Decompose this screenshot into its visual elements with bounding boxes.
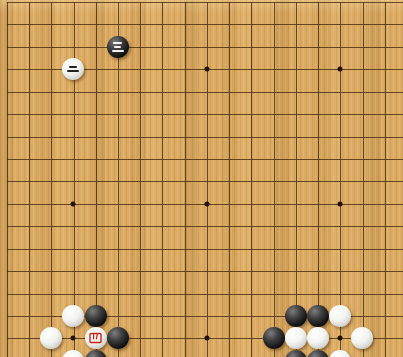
star-point	[338, 336, 343, 341]
star-point	[71, 336, 76, 341]
grid-vline	[385, 2, 386, 357]
grid-hline	[7, 226, 403, 227]
grid-vline	[74, 2, 75, 357]
grid-hline	[7, 181, 403, 182]
stone-black-N4[interactable]	[263, 327, 285, 349]
star-point	[338, 201, 343, 206]
grid-hline	[7, 159, 403, 160]
grid-vline	[29, 2, 30, 357]
stone-white-Q3[interactable]	[329, 350, 351, 357]
grid-hline	[7, 249, 403, 250]
stone-white-D16[interactable]	[62, 58, 84, 80]
grid-vline	[207, 2, 208, 357]
screenshot-stage	[0, 0, 403, 357]
star-point	[204, 201, 209, 206]
grid-vline	[363, 2, 364, 357]
move-number-label	[112, 42, 124, 52]
move-number-label	[67, 66, 79, 72]
stone-black-E3[interactable]	[85, 350, 107, 357]
grid-hline	[7, 271, 403, 272]
star-point	[338, 67, 343, 72]
grid-hline	[7, 92, 403, 93]
go-board[interactable]	[0, 0, 403, 357]
grid-hline	[7, 114, 403, 115]
grid-hline	[7, 2, 403, 3]
star-point	[204, 67, 209, 72]
stone-white-C4[interactable]	[40, 327, 62, 349]
grid-vline	[96, 2, 97, 357]
stone-black-E5[interactable]	[85, 305, 107, 327]
stone-white-E4[interactable]	[85, 327, 107, 349]
stone-white-P4[interactable]	[307, 327, 329, 349]
grid-vline	[296, 2, 297, 357]
stone-black-P3[interactable]	[307, 350, 329, 357]
grid-hline	[7, 294, 403, 295]
grid-hline	[7, 24, 403, 25]
grid-vline	[140, 2, 141, 357]
stone-black-O5[interactable]	[285, 305, 307, 327]
stone-white-D5[interactable]	[62, 305, 84, 327]
grid-vline	[162, 2, 163, 357]
grid-hline	[7, 137, 403, 138]
grid-vline	[185, 2, 186, 357]
grid-vline	[51, 2, 52, 357]
grid-vline	[7, 2, 8, 357]
star-point	[71, 201, 76, 206]
grid-vline	[274, 2, 275, 357]
stone-white-Q5[interactable]	[329, 305, 351, 327]
stone-white-D3[interactable]	[62, 350, 84, 357]
grid-hline	[7, 47, 403, 48]
grid-vline	[229, 2, 230, 357]
stone-black-F4[interactable]	[107, 327, 129, 349]
grid-vline	[251, 2, 252, 357]
stone-black-P5[interactable]	[307, 305, 329, 327]
grid-vline	[340, 2, 341, 357]
grid-vline	[318, 2, 319, 357]
star-point	[204, 336, 209, 341]
stone-white-O4[interactable]	[285, 327, 307, 349]
stone-black-O3[interactable]	[285, 350, 307, 357]
stone-black-F17[interactable]	[107, 36, 129, 58]
stone-white-R4[interactable]	[351, 327, 373, 349]
move-number-label	[89, 332, 102, 344]
